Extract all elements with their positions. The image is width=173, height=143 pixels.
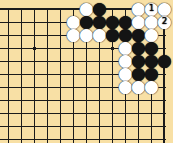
stone-white: ●2 [158, 15, 171, 28]
stones-layer: ●●●●1●●●●●●●●●2●●●●●●●●●●●●●●●●●●●● [2, 2, 171, 143]
move-number-label: 2 [158, 15, 171, 28]
go-board[interactable]: ●●●●1●●●●●●●●●2●●●●●●●●●●●●●●●●●●●● [0, 0, 173, 143]
stone-white: ● [145, 80, 158, 93]
stone-black: ● [158, 54, 171, 67]
